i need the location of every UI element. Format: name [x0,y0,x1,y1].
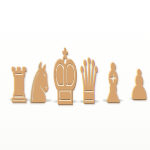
chess-piece-pawn: ♟ [121,65,150,99]
chess-pieces-product-photo: ♜ ♞ ♚ ♛ ♝ ♟ [0,0,150,150]
pawn-piece-glyph: ♟ [129,65,149,106]
